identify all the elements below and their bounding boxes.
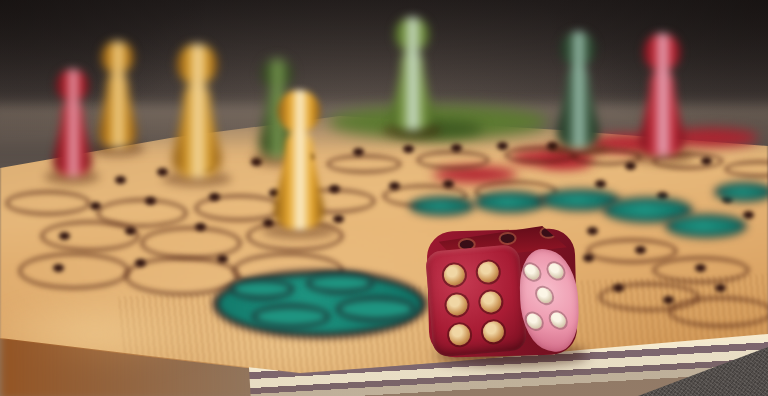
die-pip	[527, 312, 542, 330]
pawn-yellow-2	[158, 40, 236, 180]
die-pip	[548, 262, 563, 280]
photo-scene	[0, 0, 768, 396]
pawns-layer	[0, 0, 768, 396]
red-die	[424, 222, 586, 362]
die-pip	[449, 323, 472, 346]
die-pip	[443, 264, 466, 287]
pawn-green-3	[544, 28, 612, 150]
pawn-green-2	[379, 14, 445, 132]
die-pip	[537, 287, 552, 305]
pawn-red-2	[626, 30, 698, 158]
pawn-red-1	[41, 66, 104, 178]
die-pip	[482, 320, 505, 343]
die-pip	[524, 263, 539, 281]
die-pip	[551, 311, 566, 329]
die-pip	[501, 234, 515, 243]
die-pip	[480, 291, 503, 314]
die-face-six	[425, 244, 528, 358]
pawn-yellow-3	[258, 86, 340, 232]
die-pip	[477, 261, 500, 284]
die-pip	[446, 294, 469, 317]
